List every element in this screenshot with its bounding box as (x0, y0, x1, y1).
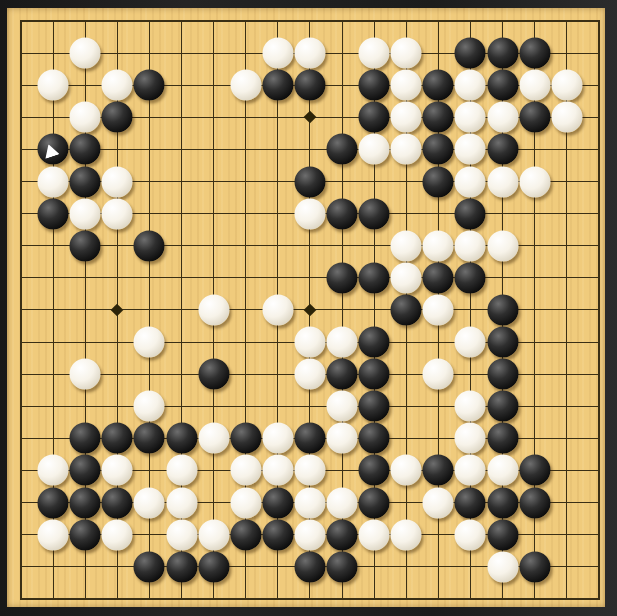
stone-black[interactable] (262, 70, 293, 101)
stone-white[interactable] (166, 487, 197, 518)
stone-black[interactable] (198, 359, 229, 390)
star-point (111, 304, 124, 317)
stone-white[interactable] (487, 230, 518, 261)
stone-black[interactable] (359, 391, 390, 422)
stone-black[interactable] (487, 391, 518, 422)
stone-white[interactable] (134, 391, 165, 422)
stone-black[interactable] (359, 359, 390, 390)
stone-white[interactable] (359, 38, 390, 69)
stone-black[interactable] (102, 423, 133, 454)
stone-white[interactable] (455, 455, 486, 486)
stone-white[interactable] (519, 70, 550, 101)
stone-white[interactable] (455, 102, 486, 133)
stone-black[interactable] (70, 166, 101, 197)
stone-black[interactable] (134, 551, 165, 582)
stone-white[interactable] (359, 519, 390, 550)
stone-white[interactable] (294, 519, 325, 550)
stone-white[interactable] (294, 327, 325, 358)
star-point (304, 304, 317, 317)
stone-white[interactable] (487, 102, 518, 133)
stone-white[interactable] (294, 359, 325, 390)
stone-white[interactable] (198, 519, 229, 550)
stone-white[interactable] (102, 198, 133, 229)
stone-white[interactable] (487, 455, 518, 486)
stone-white[interactable] (262, 455, 293, 486)
stone-white[interactable] (391, 230, 422, 261)
stone-white[interactable] (102, 70, 133, 101)
stone-black[interactable] (487, 487, 518, 518)
stone-white[interactable] (38, 70, 69, 101)
stone-black[interactable] (359, 70, 390, 101)
stone-black[interactable] (70, 134, 101, 165)
stone-black[interactable] (359, 262, 390, 293)
stone-black[interactable] (423, 134, 454, 165)
stone-white[interactable] (423, 294, 454, 325)
stone-black[interactable] (359, 198, 390, 229)
stone-black[interactable] (327, 551, 358, 582)
stone-black[interactable] (423, 455, 454, 486)
stone-black[interactable] (487, 294, 518, 325)
stone-white[interactable] (455, 230, 486, 261)
stone-black[interactable] (294, 551, 325, 582)
stone-black[interactable] (38, 198, 69, 229)
stone-white[interactable] (327, 423, 358, 454)
stone-white[interactable] (70, 359, 101, 390)
stone-white[interactable] (230, 455, 261, 486)
stone-black[interactable] (487, 519, 518, 550)
stone-black[interactable] (70, 519, 101, 550)
stone-black[interactable] (455, 198, 486, 229)
stone-white[interactable] (551, 70, 582, 101)
stone-white[interactable] (198, 423, 229, 454)
stone-white[interactable] (327, 327, 358, 358)
stone-white[interactable] (262, 38, 293, 69)
stone-black[interactable] (519, 455, 550, 486)
stone-white[interactable] (327, 487, 358, 518)
stone-black[interactable] (102, 487, 133, 518)
stone-white[interactable] (423, 359, 454, 390)
stone-white[interactable] (198, 294, 229, 325)
stone-black[interactable] (487, 70, 518, 101)
stone-white[interactable] (70, 198, 101, 229)
grid-line-horizontal (20, 598, 600, 600)
stone-black[interactable] (166, 551, 197, 582)
stone-black[interactable] (359, 487, 390, 518)
stone-black[interactable] (134, 230, 165, 261)
grid-line-vertical (598, 20, 600, 600)
stone-black[interactable] (487, 359, 518, 390)
stone-white[interactable] (455, 70, 486, 101)
stone-black[interactable] (327, 134, 358, 165)
star-point (304, 111, 317, 124)
stone-black[interactable] (38, 134, 69, 165)
stone-white[interactable] (391, 70, 422, 101)
stone-white[interactable] (294, 38, 325, 69)
stone-black[interactable] (102, 102, 133, 133)
stone-white[interactable] (455, 423, 486, 454)
stone-white[interactable] (487, 551, 518, 582)
stone-black[interactable] (423, 70, 454, 101)
stone-white[interactable] (455, 327, 486, 358)
stone-black[interactable] (423, 166, 454, 197)
stone-white[interactable] (391, 262, 422, 293)
stone-black[interactable] (455, 262, 486, 293)
stone-black[interactable] (359, 327, 390, 358)
stone-white[interactable] (294, 198, 325, 229)
stone-white[interactable] (519, 166, 550, 197)
stone-black[interactable] (487, 423, 518, 454)
stone-white[interactable] (391, 134, 422, 165)
stone-black[interactable] (70, 230, 101, 261)
stone-black[interactable] (294, 166, 325, 197)
stone-black[interactable] (166, 423, 197, 454)
stone-black[interactable] (294, 423, 325, 454)
stone-black[interactable] (359, 455, 390, 486)
stone-white[interactable] (134, 327, 165, 358)
stone-black[interactable] (327, 262, 358, 293)
stone-black[interactable] (359, 102, 390, 133)
stone-black[interactable] (327, 359, 358, 390)
stone-white[interactable] (423, 487, 454, 518)
stone-black[interactable] (455, 38, 486, 69)
stone-white[interactable] (230, 487, 261, 518)
stone-white[interactable] (102, 519, 133, 550)
stone-white[interactable] (455, 166, 486, 197)
stone-white[interactable] (102, 166, 133, 197)
stone-white[interactable] (327, 391, 358, 422)
stone-black[interactable] (134, 423, 165, 454)
stone-white[interactable] (166, 455, 197, 486)
stone-black[interactable] (230, 423, 261, 454)
stone-white[interactable] (423, 230, 454, 261)
stone-white[interactable] (455, 519, 486, 550)
stone-black[interactable] (487, 38, 518, 69)
stone-black[interactable] (327, 519, 358, 550)
stone-black[interactable] (519, 487, 550, 518)
stone-white[interactable] (391, 102, 422, 133)
stone-white[interactable] (230, 70, 261, 101)
stone-white[interactable] (294, 487, 325, 518)
stone-black[interactable] (70, 423, 101, 454)
stone-black[interactable] (327, 198, 358, 229)
stone-black[interactable] (487, 327, 518, 358)
stone-white[interactable] (487, 166, 518, 197)
stone-black[interactable] (519, 102, 550, 133)
stone-black[interactable] (70, 455, 101, 486)
stone-white[interactable] (455, 134, 486, 165)
stone-black[interactable] (262, 487, 293, 518)
goban[interactable] (7, 8, 605, 607)
stone-black[interactable] (70, 487, 101, 518)
stone-black[interactable] (519, 38, 550, 69)
stone-black[interactable] (262, 519, 293, 550)
stone-black[interactable] (455, 487, 486, 518)
stone-white[interactable] (262, 423, 293, 454)
stone-black[interactable] (359, 423, 390, 454)
stone-white[interactable] (38, 166, 69, 197)
stone-black[interactable] (230, 519, 261, 550)
stone-black[interactable] (423, 102, 454, 133)
stone-white[interactable] (455, 391, 486, 422)
stone-black[interactable] (198, 551, 229, 582)
stone-black[interactable] (391, 294, 422, 325)
stone-white[interactable] (294, 455, 325, 486)
stone-white[interactable] (391, 38, 422, 69)
stone-white[interactable] (262, 294, 293, 325)
stone-white[interactable] (134, 487, 165, 518)
stone-white[interactable] (38, 455, 69, 486)
stone-white[interactable] (166, 519, 197, 550)
stone-black[interactable] (519, 551, 550, 582)
stone-white[interactable] (38, 519, 69, 550)
stone-black[interactable] (38, 487, 69, 518)
stone-white[interactable] (391, 455, 422, 486)
stone-white[interactable] (359, 134, 390, 165)
stone-white[interactable] (70, 38, 101, 69)
stone-black[interactable] (294, 70, 325, 101)
stone-white[interactable] (551, 102, 582, 133)
stone-black[interactable] (487, 134, 518, 165)
stone-white[interactable] (70, 102, 101, 133)
stone-white[interactable] (102, 455, 133, 486)
stone-black[interactable] (423, 262, 454, 293)
stone-white[interactable] (391, 519, 422, 550)
last-move-triangle-icon (41, 142, 59, 159)
stone-black[interactable] (134, 70, 165, 101)
